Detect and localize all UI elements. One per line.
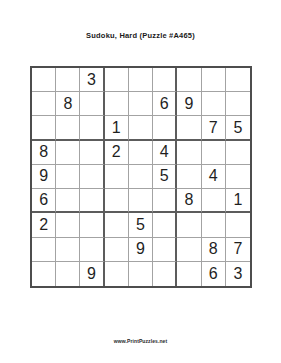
cell-r7c5[interactable]: 5 [129, 213, 153, 237]
cell-r9c8[interactable]: 6 [202, 262, 226, 286]
cell-r9c9[interactable]: 3 [226, 262, 250, 286]
cell-r3c8[interactable]: 7 [202, 116, 226, 140]
cell-r4c1[interactable]: 8 [32, 141, 56, 165]
cell-r7c8[interactable] [202, 213, 226, 237]
cell-r3c7[interactable] [177, 116, 201, 140]
cell-r5c4[interactable] [105, 165, 129, 189]
cell-r2c7[interactable]: 9 [177, 92, 201, 116]
footer-url: www.PrintPuzzles.net [0, 338, 281, 344]
cell-r1c3[interactable]: 3 [80, 68, 104, 92]
cell-r6c8[interactable] [202, 189, 226, 213]
cell-r1c7[interactable] [177, 68, 201, 92]
cell-r1c8[interactable] [202, 68, 226, 92]
cell-r4c9[interactable] [226, 141, 250, 165]
cell-r5c3[interactable] [80, 165, 104, 189]
puzzle-page: Sudoku, Hard (Puzzle #A465) 386917582495… [0, 0, 281, 363]
cell-r8c6[interactable] [153, 238, 177, 262]
cell-r2c3[interactable] [80, 92, 104, 116]
cell-r1c5[interactable] [129, 68, 153, 92]
cell-r5c8[interactable]: 4 [202, 165, 226, 189]
cell-r1c4[interactable] [105, 68, 129, 92]
cell-r2c6[interactable]: 6 [153, 92, 177, 116]
cell-r9c1[interactable] [32, 262, 56, 286]
cell-r2c4[interactable] [105, 92, 129, 116]
cell-r8c2[interactable] [56, 238, 80, 262]
cell-r2c5[interactable] [129, 92, 153, 116]
cell-r1c6[interactable] [153, 68, 177, 92]
cell-r7c1[interactable]: 2 [32, 213, 56, 237]
sudoku-grid: 386917582495468125987963 [32, 68, 250, 286]
cell-r6c2[interactable] [56, 189, 80, 213]
cell-r4c3[interactable] [80, 141, 104, 165]
cell-r3c5[interactable] [129, 116, 153, 140]
cell-r4c4[interactable]: 2 [105, 141, 129, 165]
cell-r5c1[interactable]: 9 [32, 165, 56, 189]
cell-r9c6[interactable] [153, 262, 177, 286]
cell-r3c2[interactable] [56, 116, 80, 140]
cell-r8c7[interactable] [177, 238, 201, 262]
cell-r1c1[interactable] [32, 68, 56, 92]
cell-r6c4[interactable] [105, 189, 129, 213]
cell-r3c1[interactable] [32, 116, 56, 140]
cell-r9c3[interactable]: 9 [80, 262, 104, 286]
cell-r4c8[interactable] [202, 141, 226, 165]
cell-r4c5[interactable] [129, 141, 153, 165]
cell-r7c4[interactable] [105, 213, 129, 237]
cell-r6c1[interactable]: 6 [32, 189, 56, 213]
cell-r7c7[interactable] [177, 213, 201, 237]
cell-r6c6[interactable] [153, 189, 177, 213]
cell-r8c3[interactable] [80, 238, 104, 262]
cell-r2c2[interactable]: 8 [56, 92, 80, 116]
cell-r8c4[interactable] [105, 238, 129, 262]
cell-r8c9[interactable]: 7 [226, 238, 250, 262]
cell-r6c3[interactable] [80, 189, 104, 213]
cell-r9c5[interactable] [129, 262, 153, 286]
cell-r3c6[interactable] [153, 116, 177, 140]
cell-r5c7[interactable] [177, 165, 201, 189]
sudoku-board: 386917582495468125987963 [30, 66, 252, 288]
cell-r7c9[interactable] [226, 213, 250, 237]
cell-r7c2[interactable] [56, 213, 80, 237]
cell-r6c7[interactable]: 8 [177, 189, 201, 213]
cell-r8c1[interactable] [32, 238, 56, 262]
cell-r3c9[interactable]: 5 [226, 116, 250, 140]
cell-r6c5[interactable] [129, 189, 153, 213]
cell-r5c9[interactable] [226, 165, 250, 189]
cell-r5c5[interactable] [129, 165, 153, 189]
cell-r2c8[interactable] [202, 92, 226, 116]
cell-r4c2[interactable] [56, 141, 80, 165]
cell-r7c3[interactable] [80, 213, 104, 237]
cell-r7c6[interactable] [153, 213, 177, 237]
cell-r2c9[interactable] [226, 92, 250, 116]
cell-r4c6[interactable]: 4 [153, 141, 177, 165]
cell-r8c5[interactable]: 9 [129, 238, 153, 262]
cell-r1c9[interactable] [226, 68, 250, 92]
cell-r5c2[interactable] [56, 165, 80, 189]
page-title: Sudoku, Hard (Puzzle #A465) [0, 31, 281, 40]
cell-r4c7[interactable] [177, 141, 201, 165]
cell-r3c4[interactable]: 1 [105, 116, 129, 140]
cell-r5c6[interactable]: 5 [153, 165, 177, 189]
cell-r9c4[interactable] [105, 262, 129, 286]
cell-r6c9[interactable]: 1 [226, 189, 250, 213]
cell-r9c2[interactable] [56, 262, 80, 286]
cell-r2c1[interactable] [32, 92, 56, 116]
cell-r3c3[interactable] [80, 116, 104, 140]
cell-r9c7[interactable] [177, 262, 201, 286]
cell-r8c8[interactable]: 8 [202, 238, 226, 262]
cell-r1c2[interactable] [56, 68, 80, 92]
